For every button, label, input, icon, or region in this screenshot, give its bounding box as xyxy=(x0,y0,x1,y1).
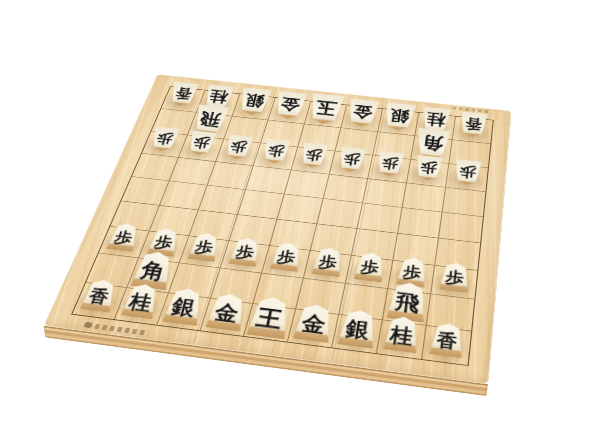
page-background: { "game": "shogi", "title": "Wooden shog… xyxy=(0,0,600,442)
cell xyxy=(398,208,443,239)
kanji-glyph: 桂 xyxy=(208,89,229,105)
kanji-glyph: 歩 xyxy=(153,234,174,251)
cell xyxy=(403,183,446,212)
kanji-glyph: 玉 xyxy=(314,99,338,117)
kanji-glyph: 銀 xyxy=(388,107,410,124)
kanji-glyph: 金 xyxy=(279,96,301,113)
cell: 金 xyxy=(288,309,339,347)
piece-gote-lance[interactable]: 香 xyxy=(166,82,199,107)
kanji-glyph: 歩 xyxy=(419,159,437,174)
cell: 銀 xyxy=(332,315,383,354)
cell xyxy=(443,188,486,217)
cell xyxy=(150,206,199,236)
piece-gote-gold[interactable]: 金 xyxy=(271,91,307,120)
cell xyxy=(121,177,169,206)
kanji-glyph: 角 xyxy=(421,134,444,153)
brand-stamp-illegible-text xyxy=(452,107,489,113)
kanji-glyph: 歩 xyxy=(445,269,465,287)
piece-sente-lance[interactable]: 香 xyxy=(78,278,119,313)
kanji-glyph: 金 xyxy=(212,302,239,325)
kanji-glyph: 角 xyxy=(138,260,166,283)
piece-gote-pawn[interactable]: 歩 xyxy=(453,159,483,186)
cell xyxy=(363,179,407,208)
kanji-glyph: 歩 xyxy=(459,164,477,179)
kanji-glyph: 香 xyxy=(436,331,458,351)
kanji-glyph: 歩 xyxy=(229,139,248,153)
cell: 歩 xyxy=(407,160,449,188)
cell: 歩 xyxy=(262,246,311,279)
cell: 玉 xyxy=(305,101,347,128)
kanji-glyph: 歩 xyxy=(381,155,399,170)
kanji-glyph: 歩 xyxy=(317,254,338,271)
cell: 香 xyxy=(422,326,471,365)
kanji-glyph: 歩 xyxy=(155,131,174,145)
cell: 香 xyxy=(453,117,493,144)
cell: 金 xyxy=(341,105,383,132)
kanji-glyph: 桂 xyxy=(127,291,153,312)
cell: 銀 xyxy=(378,109,419,136)
board-grid: 香桂銀金玉金銀桂香飛角歩歩歩歩歩歩歩歩歩歩歩歩歩歩歩歩歩歩角飛香桂銀金王金銀桂香 xyxy=(71,86,494,366)
kanji-glyph: 金 xyxy=(300,312,327,335)
kanji-glyph: 桂 xyxy=(389,324,414,346)
brand-logo-icon xyxy=(83,322,93,329)
cell: 歩 xyxy=(291,147,335,174)
kanji-glyph: 銀 xyxy=(344,318,371,341)
cell xyxy=(324,175,369,204)
kanji-glyph: 歩 xyxy=(304,147,323,162)
cell: 歩 xyxy=(368,156,411,184)
kanji-glyph: 歩 xyxy=(275,249,296,266)
kanji-glyph: 歩 xyxy=(112,229,133,246)
kanji-glyph: 歩 xyxy=(359,259,379,276)
kanji-glyph: 歩 xyxy=(342,151,361,166)
kanji-glyph: 歩 xyxy=(193,239,214,256)
kanji-glyph: 歩 xyxy=(192,135,211,149)
kanji-glyph: 王 xyxy=(254,306,284,331)
kanji-glyph: 歩 xyxy=(266,143,285,157)
kanji-glyph: 桂 xyxy=(426,112,446,128)
cell: 歩 xyxy=(330,151,373,178)
scene: 香桂銀金玉金銀桂香飛角歩歩歩歩歩歩歩歩歩歩歩歩歩歩歩歩歩歩角飛香桂銀金王金銀桂香 xyxy=(0,0,600,442)
cell: 歩 xyxy=(304,251,352,284)
brand-stamp-right xyxy=(452,107,489,113)
piece-sente-pawn[interactable]: 歩 xyxy=(269,241,304,272)
cell: 歩 xyxy=(431,266,477,300)
cell xyxy=(357,203,402,233)
kanji-glyph: 歩 xyxy=(402,264,422,281)
cell xyxy=(317,199,363,229)
cell xyxy=(285,170,330,199)
shogi-board: 香桂銀金玉金銀桂香飛角歩歩歩歩歩歩歩歩歩歩歩歩歩歩歩歩歩歩角飛香桂銀金王金銀桂香 xyxy=(44,74,512,384)
piece-sente-lance[interactable]: 香 xyxy=(428,321,466,358)
kanji-glyph: 銀 xyxy=(169,296,197,319)
kanji-glyph: 歩 xyxy=(234,244,255,261)
kanji-glyph: 飛 xyxy=(198,110,222,128)
kanji-glyph: 金 xyxy=(351,104,373,121)
kanji-glyph: 飛 xyxy=(393,291,420,315)
kanji-glyph: 香 xyxy=(87,287,111,306)
kanji-glyph: 銀 xyxy=(243,92,265,109)
piece-gote-king[interactable]: 玉 xyxy=(306,93,345,125)
cell xyxy=(439,212,483,243)
cell: 桂 xyxy=(377,320,427,359)
cell: 歩 xyxy=(446,164,488,192)
kanji-glyph: 香 xyxy=(173,86,192,100)
cell: 歩 xyxy=(346,256,393,289)
piece-gote-gold[interactable]: 金 xyxy=(344,98,380,127)
piece-gote-lance[interactable]: 香 xyxy=(458,111,489,138)
piece-gote-silver[interactable]: 銀 xyxy=(235,87,272,116)
piece-sente-pawn[interactable]: 歩 xyxy=(352,251,386,282)
kanji-glyph: 香 xyxy=(464,116,482,131)
